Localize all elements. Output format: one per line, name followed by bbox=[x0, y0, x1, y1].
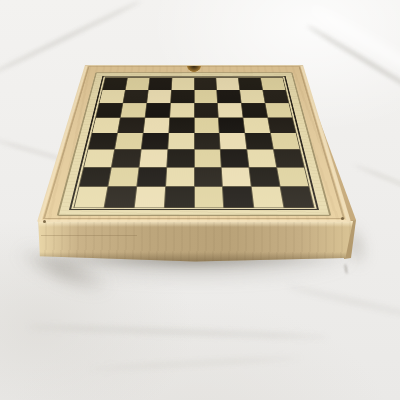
board-square-e4 bbox=[194, 133, 220, 149]
board-square-d7 bbox=[171, 90, 194, 103]
board-square-a1 bbox=[74, 187, 107, 208]
cloth-wrinkle bbox=[286, 284, 400, 319]
board-square-e1 bbox=[194, 187, 223, 208]
wood-grain bbox=[37, 221, 353, 262]
board-square-b5 bbox=[118, 118, 144, 133]
photo-scene bbox=[0, 0, 400, 400]
board-square-c7 bbox=[147, 90, 171, 103]
lid-seam bbox=[41, 235, 137, 236]
board-square-f4 bbox=[220, 133, 247, 149]
board-square-c2 bbox=[137, 168, 166, 187]
board-square-h6 bbox=[266, 103, 292, 117]
board-square-h5 bbox=[268, 118, 295, 133]
board-square-a4 bbox=[88, 133, 117, 149]
board-square-c4 bbox=[141, 133, 168, 149]
board-square-h7 bbox=[263, 90, 288, 103]
board-square-d6 bbox=[170, 103, 194, 117]
board-square-g7 bbox=[240, 90, 265, 103]
board-square-b8 bbox=[126, 78, 150, 90]
board-square-a2 bbox=[80, 168, 111, 187]
board-square-a8 bbox=[103, 78, 127, 90]
board-square-c1 bbox=[134, 187, 164, 208]
board-square-e2 bbox=[194, 168, 222, 187]
cloth-highlight-streak bbox=[308, 2, 400, 90]
board-square-f6 bbox=[218, 103, 243, 117]
cloth-wrinkle bbox=[344, 264, 348, 274]
board-square-e8 bbox=[194, 78, 216, 90]
board-square-b4 bbox=[115, 133, 143, 149]
board-square-g3 bbox=[247, 150, 276, 167]
board-square-a7 bbox=[99, 90, 124, 103]
board-square-c8 bbox=[149, 78, 172, 90]
board-square-f5 bbox=[219, 118, 245, 133]
cloth-wrinkle bbox=[306, 24, 400, 105]
board-square-f3 bbox=[221, 150, 249, 167]
board-square-e5 bbox=[194, 118, 219, 133]
board-square-d5 bbox=[169, 118, 194, 133]
board-square-d2 bbox=[166, 168, 194, 187]
board-square-h3 bbox=[274, 150, 304, 167]
board-square-e6 bbox=[194, 103, 218, 117]
checkerboard bbox=[73, 77, 314, 208]
board-square-d4 bbox=[168, 133, 194, 149]
board-square-g8 bbox=[239, 78, 263, 90]
board-square-g5 bbox=[244, 118, 270, 133]
board-square-h4 bbox=[271, 133, 300, 149]
board-square-g2 bbox=[250, 168, 280, 187]
board-square-d8 bbox=[171, 78, 193, 90]
frame-nail bbox=[341, 217, 344, 220]
box-lid-top bbox=[37, 65, 351, 222]
board-square-e3 bbox=[194, 150, 221, 167]
board-veneer-panel bbox=[57, 72, 332, 215]
board-square-b3 bbox=[112, 150, 141, 167]
box-front-face bbox=[37, 221, 353, 262]
board-square-b1 bbox=[104, 187, 136, 208]
board-square-g4 bbox=[245, 133, 273, 149]
board-square-b7 bbox=[123, 90, 148, 103]
board-square-e7 bbox=[194, 90, 217, 103]
board-square-c5 bbox=[143, 118, 169, 133]
board-square-a3 bbox=[84, 150, 114, 167]
board-square-a5 bbox=[92, 118, 119, 133]
board-square-h8 bbox=[261, 78, 285, 90]
board-square-b2 bbox=[108, 168, 138, 187]
board-square-f8 bbox=[217, 78, 240, 90]
board-square-c3 bbox=[139, 150, 167, 167]
board-square-b6 bbox=[121, 103, 146, 117]
cloth-wrinkle bbox=[353, 163, 400, 199]
board-square-h2 bbox=[277, 168, 308, 187]
cloth-wrinkle bbox=[90, 357, 300, 371]
board-square-h1 bbox=[281, 187, 314, 208]
frame-nail bbox=[43, 220, 46, 223]
cloth-wrinkle bbox=[28, 325, 328, 339]
board-square-f1 bbox=[223, 187, 253, 208]
board-square-d3 bbox=[167, 150, 194, 167]
board-square-d1 bbox=[164, 187, 193, 208]
board-square-a6 bbox=[96, 103, 122, 117]
board-square-g1 bbox=[252, 187, 284, 208]
board-square-g6 bbox=[242, 103, 267, 117]
board-square-f2 bbox=[222, 168, 251, 187]
board-square-f7 bbox=[217, 90, 241, 103]
board-square-c6 bbox=[145, 103, 170, 117]
